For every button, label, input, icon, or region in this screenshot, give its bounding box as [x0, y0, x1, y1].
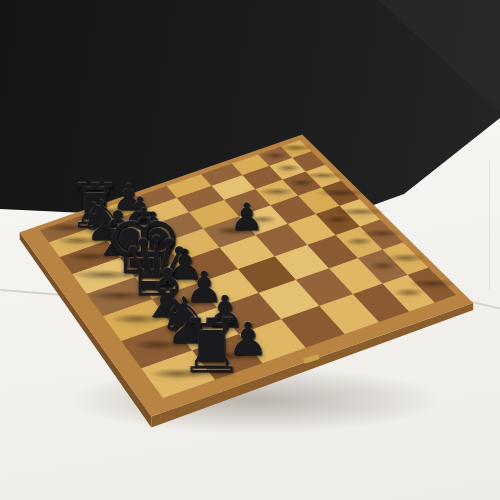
scene: ♜♟♟♝♟♞♚♛♟♟♟♟♜♟♝♞♟♟♝♞♟♚♟♜♟♛♟♝♟♞♟♜ — [0, 0, 500, 500]
